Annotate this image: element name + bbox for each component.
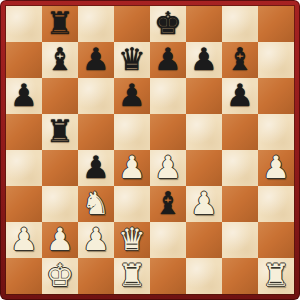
square-d3	[114, 186, 150, 222]
square-f1	[186, 258, 222, 294]
white-pawn-piece: ♟	[190, 185, 218, 221]
square-f6	[186, 78, 222, 114]
white-king-piece: ♚	[46, 257, 74, 293]
square-e5	[150, 114, 186, 150]
chess-board: ♜♚♝♟♛♟♟♝♟♟♟♜♟♟♟♟♞♝♟♟♟♟♛♚♜♜	[6, 6, 294, 294]
square-f2	[186, 222, 222, 258]
square-c8	[78, 6, 114, 42]
square-f7: ♟	[186, 42, 222, 78]
square-g1	[222, 258, 258, 294]
square-b1: ♚	[42, 258, 78, 294]
square-c7: ♟	[78, 42, 114, 78]
black-rook-piece: ♜	[46, 5, 74, 41]
square-a7	[6, 42, 42, 78]
white-pawn-piece: ♟	[46, 221, 74, 257]
square-g2	[222, 222, 258, 258]
square-f4	[186, 150, 222, 186]
square-e4: ♟	[150, 150, 186, 186]
white-pawn-piece: ♟	[262, 149, 290, 185]
square-b6	[42, 78, 78, 114]
square-g4	[222, 150, 258, 186]
square-c3: ♞	[78, 186, 114, 222]
square-c6	[78, 78, 114, 114]
square-h2	[258, 222, 294, 258]
square-d6: ♟	[114, 78, 150, 114]
square-b4	[42, 150, 78, 186]
black-queen-piece: ♛	[118, 41, 146, 77]
square-a4	[6, 150, 42, 186]
black-pawn-piece: ♟	[190, 41, 218, 77]
black-pawn-piece: ♟	[82, 41, 110, 77]
square-g3	[222, 186, 258, 222]
square-g5	[222, 114, 258, 150]
white-queen-piece: ♛	[118, 221, 146, 257]
square-a2: ♟	[6, 222, 42, 258]
square-b7: ♝	[42, 42, 78, 78]
square-d8	[114, 6, 150, 42]
square-h3	[258, 186, 294, 222]
square-a3	[6, 186, 42, 222]
square-h1: ♜	[258, 258, 294, 294]
white-pawn-piece: ♟	[82, 221, 110, 257]
square-g6: ♟	[222, 78, 258, 114]
square-d1: ♜	[114, 258, 150, 294]
square-c5	[78, 114, 114, 150]
square-d5	[114, 114, 150, 150]
square-e8: ♚	[150, 6, 186, 42]
square-c2: ♟	[78, 222, 114, 258]
square-b2: ♟	[42, 222, 78, 258]
black-pawn-piece: ♟	[118, 77, 146, 113]
square-h8	[258, 6, 294, 42]
square-h7	[258, 42, 294, 78]
black-bishop-piece: ♝	[154, 185, 182, 221]
black-pawn-piece: ♟	[82, 149, 110, 185]
square-b8: ♜	[42, 6, 78, 42]
black-pawn-piece: ♟	[154, 41, 182, 77]
board-frame: ♜♚♝♟♛♟♟♝♟♟♟♜♟♟♟♟♞♝♟♟♟♟♛♚♜♜	[0, 0, 300, 300]
square-g7: ♝	[222, 42, 258, 78]
square-e3: ♝	[150, 186, 186, 222]
square-h4: ♟	[258, 150, 294, 186]
square-b3	[42, 186, 78, 222]
white-pawn-piece: ♟	[10, 221, 38, 257]
black-pawn-piece: ♟	[226, 77, 254, 113]
square-d2: ♛	[114, 222, 150, 258]
square-e2	[150, 222, 186, 258]
black-bishop-piece: ♝	[226, 41, 254, 77]
square-c4: ♟	[78, 150, 114, 186]
square-d4: ♟	[114, 150, 150, 186]
square-a8	[6, 6, 42, 42]
square-f8	[186, 6, 222, 42]
square-a5	[6, 114, 42, 150]
square-f5	[186, 114, 222, 150]
white-rook-piece: ♜	[118, 257, 146, 293]
square-g8	[222, 6, 258, 42]
square-a1	[6, 258, 42, 294]
white-rook-piece: ♜	[262, 257, 290, 293]
white-knight-piece: ♞	[82, 185, 110, 221]
square-c1	[78, 258, 114, 294]
square-e1	[150, 258, 186, 294]
square-b5: ♜	[42, 114, 78, 150]
square-a6: ♟	[6, 78, 42, 114]
black-rook-piece: ♜	[46, 113, 74, 149]
square-e7: ♟	[150, 42, 186, 78]
black-pawn-piece: ♟	[10, 77, 38, 113]
square-h6	[258, 78, 294, 114]
black-bishop-piece: ♝	[46, 41, 74, 77]
black-king-piece: ♚	[154, 5, 182, 41]
square-d7: ♛	[114, 42, 150, 78]
square-e6	[150, 78, 186, 114]
square-f3: ♟	[186, 186, 222, 222]
white-pawn-piece: ♟	[154, 149, 182, 185]
square-h5	[258, 114, 294, 150]
white-pawn-piece: ♟	[118, 149, 146, 185]
